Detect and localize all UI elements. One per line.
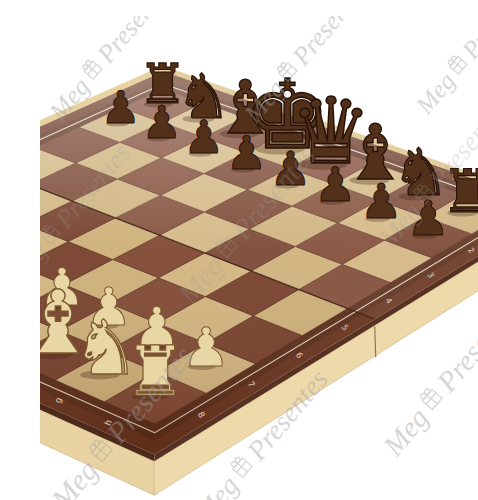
watermark-left-text: Meg bbox=[376, 402, 434, 463]
piece-black-pawn-e7: ♟ bbox=[226, 126, 268, 180]
watermark-left-text: Meg bbox=[410, 67, 460, 119]
piece-black-pawn-c7: ♟ bbox=[314, 157, 356, 212]
watermark-left-text: Meg bbox=[188, 470, 244, 500]
watermark: Meg Presentes bbox=[410, 16, 478, 120]
gift-icon bbox=[446, 54, 466, 74]
gift-icon bbox=[418, 386, 442, 409]
chess-board-photo: 87654321hg♜♞♟♝♟♚♟♛♟♝♟♞♟♜♟♟♟♟♟♟♝♟♞♜ Meg P… bbox=[40, 16, 478, 500]
piece-black-pawn-h7: ♟ bbox=[101, 81, 141, 134]
chess-set-product-photo: 87654321hg♜♞♟♝♟♚♟♛♟♝♟♞♟♜♟♟♟♟♟♟♝♟♞♜ Meg P… bbox=[40, 16, 478, 500]
gift-icon bbox=[229, 455, 252, 477]
piece-black-pawn-g7: ♟ bbox=[141, 96, 182, 149]
gift-icon bbox=[81, 58, 102, 79]
piece-black-pawn-f7: ♟ bbox=[183, 110, 224, 164]
